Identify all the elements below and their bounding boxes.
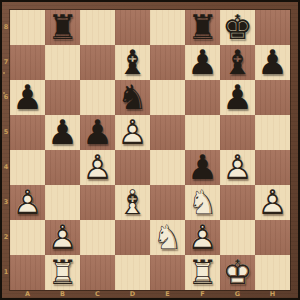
square-h4[interactable] <box>255 150 290 185</box>
chess-board-widget: ♜♜♚♝♟♝♟♟♞♟♟♟♟♙♟♙♟♟♙♟♙♝♗♞♘♟♙♟♙♞♘♟♙♜♖♜♖♚♔ … <box>0 0 300 300</box>
square-b1[interactable]: ♜♖ <box>45 255 80 290</box>
square-e5[interactable] <box>150 115 185 150</box>
square-f6[interactable] <box>185 80 220 115</box>
piece-white-pawn-d5[interactable]: ♟♙ <box>115 115 150 150</box>
piece-white-pawn-c4[interactable]: ♟♙ <box>80 150 115 185</box>
square-c5[interactable]: ♟ <box>80 115 115 150</box>
white-pawn-outline-icon: ♙ <box>45 220 80 255</box>
square-b6[interactable] <box>45 80 80 115</box>
square-h7[interactable]: ♟ <box>255 45 290 80</box>
square-f7[interactable]: ♟ <box>185 45 220 80</box>
white-rook-outline-icon: ♖ <box>185 255 220 290</box>
black-knight-icon: ♞ <box>115 80 150 115</box>
square-d4[interactable] <box>115 150 150 185</box>
black-bishop-icon: ♝ <box>115 45 150 80</box>
piece-white-pawn-h3[interactable]: ♟♙ <box>255 185 290 220</box>
rank-label-4: 4 <box>2 150 10 185</box>
square-h3[interactable]: ♟♙ <box>255 185 290 220</box>
square-b2[interactable]: ♟♙ <box>45 220 80 255</box>
black-pawn-icon: ♟ <box>220 80 255 115</box>
black-pawn-icon: ♟ <box>45 115 80 150</box>
square-h5[interactable] <box>255 115 290 150</box>
square-e2[interactable]: ♞♘ <box>150 220 185 255</box>
square-e6[interactable] <box>150 80 185 115</box>
piece-white-pawn-a3[interactable]: ♟♙ <box>10 185 45 220</box>
square-g6[interactable]: ♟ <box>220 80 255 115</box>
piece-white-king-g1[interactable]: ♚♔ <box>220 255 255 290</box>
black-rook-icon: ♜ <box>185 10 220 45</box>
piece-black-pawn-b5[interactable]: ♟ <box>45 115 80 150</box>
square-g3[interactable] <box>220 185 255 220</box>
square-c6[interactable] <box>80 80 115 115</box>
file-label-f: F <box>185 290 220 298</box>
square-d6[interactable]: ♞ <box>115 80 150 115</box>
square-h1[interactable] <box>255 255 290 290</box>
piece-black-knight-d6[interactable]: ♞ <box>115 80 150 115</box>
square-d5[interactable]: ♟♙ <box>115 115 150 150</box>
square-c8[interactable] <box>80 10 115 45</box>
file-label-b: B <box>45 290 80 298</box>
white-pawn-outline-icon: ♙ <box>10 185 45 220</box>
piece-black-pawn-h7[interactable]: ♟ <box>255 45 290 80</box>
square-c2[interactable] <box>80 220 115 255</box>
square-e4[interactable] <box>150 150 185 185</box>
white-pawn-outline-icon: ♙ <box>80 150 115 185</box>
file-label-e: E <box>150 290 185 298</box>
white-knight-outline-icon: ♘ <box>185 185 220 220</box>
rank-label-8: 8 <box>2 10 10 45</box>
square-a6[interactable]: ♟ <box>10 80 45 115</box>
square-h6[interactable] <box>255 80 290 115</box>
rank-label-7: 7 <box>2 45 10 80</box>
square-e7[interactable] <box>150 45 185 80</box>
square-d7[interactable]: ♝ <box>115 45 150 80</box>
square-b3[interactable] <box>45 185 80 220</box>
white-pawn-outline-icon: ♙ <box>220 150 255 185</box>
piece-black-pawn-a6[interactable]: ♟ <box>10 80 45 115</box>
square-g7[interactable]: ♝ <box>220 45 255 80</box>
square-f2[interactable]: ♟♙ <box>185 220 220 255</box>
square-a1[interactable] <box>10 255 45 290</box>
rank-label-5: 5 <box>2 115 10 150</box>
rank-label-1: 1 <box>2 255 10 290</box>
square-c7[interactable] <box>80 45 115 80</box>
piece-black-pawn-f7[interactable]: ♟ <box>185 45 220 80</box>
black-bishop-icon: ♝ <box>220 45 255 80</box>
black-rook-icon: ♜ <box>45 10 80 45</box>
white-king-outline-icon: ♔ <box>220 255 255 290</box>
square-a8[interactable] <box>10 10 45 45</box>
square-e3[interactable] <box>150 185 185 220</box>
square-c4[interactable]: ♟♙ <box>80 150 115 185</box>
square-b8[interactable]: ♜ <box>45 10 80 45</box>
square-d8[interactable] <box>115 10 150 45</box>
piece-white-rook-b1[interactable]: ♜♖ <box>45 255 80 290</box>
piece-black-rook-b8[interactable]: ♜ <box>45 10 80 45</box>
square-g1[interactable]: ♚♔ <box>220 255 255 290</box>
square-b5[interactable]: ♟ <box>45 115 80 150</box>
square-b7[interactable] <box>45 45 80 80</box>
black-pawn-icon: ♟ <box>185 150 220 185</box>
square-f8[interactable]: ♜ <box>185 10 220 45</box>
square-f3[interactable]: ♞♘ <box>185 185 220 220</box>
black-pawn-icon: ♟ <box>185 45 220 80</box>
square-g5[interactable] <box>220 115 255 150</box>
square-e1[interactable] <box>150 255 185 290</box>
rank-label-2: 2 <box>2 220 10 255</box>
piece-white-knight-e2[interactable]: ♞♘ <box>150 220 185 255</box>
white-pawn-outline-icon: ♙ <box>115 115 150 150</box>
square-g4[interactable]: ♟♙ <box>220 150 255 185</box>
square-c1[interactable] <box>80 255 115 290</box>
piece-black-pawn-c5[interactable]: ♟ <box>80 115 115 150</box>
square-g8[interactable]: ♚ <box>220 10 255 45</box>
chess-board: ♜♜♚♝♟♝♟♟♞♟♟♟♟♙♟♙♟♟♙♟♙♝♗♞♘♟♙♟♙♞♘♟♙♜♖♜♖♚♔ <box>10 10 290 290</box>
piece-black-pawn-f4[interactable]: ♟ <box>185 150 220 185</box>
piece-black-bishop-d7[interactable]: ♝ <box>115 45 150 80</box>
square-g2[interactable] <box>220 220 255 255</box>
piece-white-rook-f1[interactable]: ♜♖ <box>185 255 220 290</box>
black-pawn-icon: ♟ <box>255 45 290 80</box>
file-label-a: A <box>10 290 45 298</box>
piece-white-pawn-b2[interactable]: ♟♙ <box>45 220 80 255</box>
square-d1[interactable] <box>115 255 150 290</box>
square-f4[interactable]: ♟ <box>185 150 220 185</box>
file-label-h: H <box>255 290 290 298</box>
black-king-icon: ♚ <box>220 10 255 45</box>
white-pawn-outline-icon: ♙ <box>255 185 290 220</box>
black-pawn-icon: ♟ <box>10 80 45 115</box>
file-label-c: C <box>80 290 115 298</box>
square-a7[interactable] <box>10 45 45 80</box>
piece-black-king-g8[interactable]: ♚ <box>220 10 255 45</box>
square-h8[interactable] <box>255 10 290 45</box>
piece-white-pawn-g4[interactable]: ♟♙ <box>220 150 255 185</box>
square-d2[interactable] <box>115 220 150 255</box>
white-pawn-outline-icon: ♙ <box>185 220 220 255</box>
piece-white-pawn-f2[interactable]: ♟♙ <box>185 220 220 255</box>
black-pawn-icon: ♟ <box>80 115 115 150</box>
file-label-g: G <box>220 290 255 298</box>
square-e8[interactable] <box>150 10 185 45</box>
square-h2[interactable] <box>255 220 290 255</box>
white-knight-outline-icon: ♘ <box>150 220 185 255</box>
square-f1[interactable]: ♜♖ <box>185 255 220 290</box>
rank-label-6: 6 <box>2 80 10 115</box>
square-a3[interactable]: ♟♙ <box>10 185 45 220</box>
piece-black-rook-f8[interactable]: ♜ <box>185 10 220 45</box>
square-c3[interactable] <box>80 185 115 220</box>
white-bishop-outline-icon: ♗ <box>115 185 150 220</box>
square-d3[interactable]: ♝♗ <box>115 185 150 220</box>
piece-white-knight-f3[interactable]: ♞♘ <box>185 185 220 220</box>
square-a5[interactable] <box>10 115 45 150</box>
file-label-d: D <box>115 290 150 298</box>
square-a2[interactable] <box>10 220 45 255</box>
square-f5[interactable] <box>185 115 220 150</box>
piece-black-bishop-g7[interactable]: ♝ <box>220 45 255 80</box>
piece-black-pawn-g6[interactable]: ♟ <box>220 80 255 115</box>
square-a4[interactable] <box>10 150 45 185</box>
white-rook-outline-icon: ♖ <box>45 255 80 290</box>
rank-label-3: 3 <box>2 185 10 220</box>
piece-white-bishop-d3[interactable]: ♝♗ <box>115 185 150 220</box>
square-b4[interactable] <box>45 150 80 185</box>
